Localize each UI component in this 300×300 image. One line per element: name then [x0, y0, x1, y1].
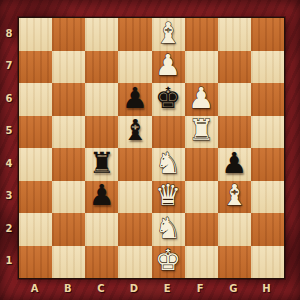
black-pawn-icon[interactable]: ♟ [122, 84, 148, 113]
rank-labels: 87654321 [0, 17, 18, 277]
square-e6[interactable]: ♚ [152, 83, 185, 116]
square-d5[interactable]: ♝ [118, 116, 151, 149]
square-b6[interactable] [52, 83, 85, 116]
square-e1[interactable]: ♚ [152, 246, 185, 279]
square-g8[interactable] [218, 18, 251, 51]
black-rook-icon[interactable]: ♜ [89, 149, 115, 178]
square-c6[interactable] [85, 83, 118, 116]
square-a7[interactable] [19, 51, 52, 84]
square-g2[interactable] [218, 213, 251, 246]
black-king-icon[interactable]: ♚ [155, 84, 181, 113]
file-label-h: H [250, 277, 283, 300]
square-h8[interactable] [251, 18, 284, 51]
file-label-e: E [151, 277, 184, 300]
chess-app: 87654321 ♝♟♟♚♟♝♜♜♞♟♟♛♝♞♚ ABCDEFGH [0, 0, 300, 300]
square-a5[interactable] [19, 116, 52, 149]
chess-board: ♝♟♟♚♟♝♜♜♞♟♟♛♝♞♚ [18, 17, 285, 279]
square-d8[interactable] [118, 18, 151, 51]
square-e7[interactable]: ♟ [152, 51, 185, 84]
rank-label-8: 8 [0, 17, 18, 50]
square-a1[interactable] [19, 246, 52, 279]
square-h7[interactable] [251, 51, 284, 84]
square-c7[interactable] [85, 51, 118, 84]
square-e8[interactable]: ♝ [152, 18, 185, 51]
square-d3[interactable] [118, 181, 151, 214]
white-pawn-icon[interactable]: ♟ [155, 51, 181, 80]
rank-label-1: 1 [0, 245, 18, 278]
square-f2[interactable] [185, 213, 218, 246]
square-f4[interactable] [185, 148, 218, 181]
square-f5[interactable]: ♜ [185, 116, 218, 149]
square-h6[interactable] [251, 83, 284, 116]
square-h3[interactable] [251, 181, 284, 214]
square-e2[interactable]: ♞ [152, 213, 185, 246]
square-f8[interactable] [185, 18, 218, 51]
white-knight-icon[interactable]: ♞ [155, 149, 181, 178]
white-king-icon[interactable]: ♚ [155, 246, 181, 275]
square-f6[interactable]: ♟ [185, 83, 218, 116]
square-d4[interactable] [118, 148, 151, 181]
square-h2[interactable] [251, 213, 284, 246]
white-rook-icon[interactable]: ♜ [188, 116, 214, 145]
square-c8[interactable] [85, 18, 118, 51]
file-label-g: G [217, 277, 250, 300]
square-a4[interactable] [19, 148, 52, 181]
rank-label-2: 2 [0, 212, 18, 245]
square-b4[interactable] [52, 148, 85, 181]
square-h5[interactable] [251, 116, 284, 149]
square-d7[interactable] [118, 51, 151, 84]
square-d6[interactable]: ♟ [118, 83, 151, 116]
square-e3[interactable]: ♛ [152, 181, 185, 214]
white-bishop-icon[interactable]: ♝ [155, 19, 181, 48]
square-h1[interactable] [251, 246, 284, 279]
square-b7[interactable] [52, 51, 85, 84]
rank-label-4: 4 [0, 147, 18, 180]
square-a6[interactable] [19, 83, 52, 116]
square-g5[interactable] [218, 116, 251, 149]
file-label-c: C [84, 277, 117, 300]
file-label-b: B [51, 277, 84, 300]
rank-label-5: 5 [0, 115, 18, 148]
white-pawn-icon[interactable]: ♟ [188, 84, 214, 113]
square-b8[interactable] [52, 18, 85, 51]
file-label-a: A [18, 277, 51, 300]
rank-label-7: 7 [0, 50, 18, 83]
file-labels: ABCDEFGH [18, 277, 283, 300]
square-f3[interactable] [185, 181, 218, 214]
rank-label-3: 3 [0, 180, 18, 213]
square-f1[interactable] [185, 246, 218, 279]
black-bishop-icon[interactable]: ♝ [122, 116, 148, 145]
square-g3[interactable]: ♝ [218, 181, 251, 214]
square-d2[interactable] [118, 213, 151, 246]
square-c5[interactable] [85, 116, 118, 149]
square-g7[interactable] [218, 51, 251, 84]
square-c3[interactable]: ♟ [85, 181, 118, 214]
square-b3[interactable] [52, 181, 85, 214]
square-b1[interactable] [52, 246, 85, 279]
white-queen-icon[interactable]: ♛ [155, 181, 181, 210]
square-a3[interactable] [19, 181, 52, 214]
square-g4[interactable]: ♟ [218, 148, 251, 181]
square-c4[interactable]: ♜ [85, 148, 118, 181]
square-a2[interactable] [19, 213, 52, 246]
square-a8[interactable] [19, 18, 52, 51]
square-g6[interactable] [218, 83, 251, 116]
black-pawn-icon[interactable]: ♟ [221, 149, 247, 178]
white-knight-icon[interactable]: ♞ [155, 214, 181, 243]
square-e4[interactable]: ♞ [152, 148, 185, 181]
white-bishop-icon[interactable]: ♝ [221, 181, 247, 210]
black-pawn-icon[interactable]: ♟ [89, 181, 115, 210]
file-label-f: F [184, 277, 217, 300]
square-b2[interactable] [52, 213, 85, 246]
square-e5[interactable] [152, 116, 185, 149]
file-label-d: D [117, 277, 150, 300]
square-h4[interactable] [251, 148, 284, 181]
square-c1[interactable] [85, 246, 118, 279]
square-b5[interactable] [52, 116, 85, 149]
square-c2[interactable] [85, 213, 118, 246]
square-f7[interactable] [185, 51, 218, 84]
rank-label-6: 6 [0, 82, 18, 115]
square-g1[interactable] [218, 246, 251, 279]
square-d1[interactable] [118, 246, 151, 279]
